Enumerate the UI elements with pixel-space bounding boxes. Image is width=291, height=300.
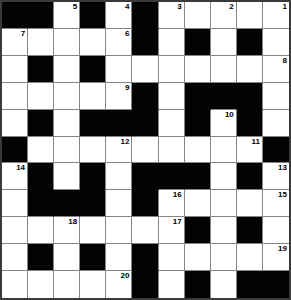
grid-cell[interactable]: [80, 29, 106, 56]
clue-number: 19: [278, 244, 287, 253]
black-cell: [185, 217, 211, 244]
black-cell: [132, 2, 158, 29]
clue-number: 8: [283, 56, 287, 65]
black-cell: [54, 190, 80, 217]
black-cell: [185, 163, 211, 190]
grid-cell[interactable]: 6: [106, 29, 132, 56]
black-cell: [237, 110, 263, 137]
grid-cell[interactable]: [237, 2, 263, 29]
clue-number: 3: [177, 2, 181, 11]
grid-cell[interactable]: [211, 271, 237, 298]
clue-number: 10: [225, 110, 234, 119]
grid-cell[interactable]: [132, 137, 158, 164]
grid-cell[interactable]: [106, 163, 132, 190]
black-cell: [237, 217, 263, 244]
black-cell: [28, 2, 54, 29]
grid-cell[interactable]: [185, 2, 211, 29]
clue-number: 5: [73, 2, 77, 11]
black-cell: [185, 29, 211, 56]
grid-cell[interactable]: [2, 271, 28, 298]
black-cell: [237, 163, 263, 190]
black-cell: [132, 190, 158, 217]
grid-cell[interactable]: 19: [263, 244, 289, 271]
grid-cell[interactable]: [132, 56, 158, 83]
grid-cell[interactable]: 18: [54, 217, 80, 244]
grid-cell[interactable]: [159, 137, 185, 164]
grid-cell[interactable]: 5: [54, 2, 80, 29]
grid-cell[interactable]: [185, 244, 211, 271]
black-cell: [263, 137, 289, 164]
grid-cell[interactable]: [28, 137, 54, 164]
grid-cell[interactable]: [54, 163, 80, 190]
clue-number: 14: [16, 163, 25, 172]
crossword-board: 5432176891012111413161518171920: [0, 0, 291, 300]
grid-cell[interactable]: [237, 56, 263, 83]
grid-cell[interactable]: [132, 217, 158, 244]
grid-cell[interactable]: [80, 137, 106, 164]
grid-cell[interactable]: [211, 190, 237, 217]
grid-cell[interactable]: [211, 217, 237, 244]
grid-cell[interactable]: [185, 56, 211, 83]
black-cell: [80, 244, 106, 271]
grid-cell[interactable]: [2, 56, 28, 83]
clue-number: 7: [21, 29, 25, 38]
grid-cell[interactable]: [2, 83, 28, 110]
grid-cell[interactable]: [211, 56, 237, 83]
grid-cell[interactable]: [185, 137, 211, 164]
grid-cell[interactable]: [54, 56, 80, 83]
black-cell: [28, 56, 54, 83]
grid-cell[interactable]: [80, 217, 106, 244]
grid-cell[interactable]: 20: [106, 271, 132, 298]
black-cell: [237, 29, 263, 56]
black-cell: [132, 271, 158, 298]
grid-cell[interactable]: 13: [263, 163, 289, 190]
black-cell: [80, 2, 106, 29]
grid-cell[interactable]: 1: [263, 2, 289, 29]
grid-cell[interactable]: 8: [263, 56, 289, 83]
black-cell: [237, 83, 263, 110]
grid-cell[interactable]: 14: [2, 163, 28, 190]
black-cell: [2, 137, 28, 164]
grid-cell[interactable]: [80, 271, 106, 298]
clue-number: 1: [283, 2, 287, 11]
grid-cell[interactable]: 16: [159, 190, 185, 217]
black-cell: [80, 110, 106, 137]
grid-cell[interactable]: 17: [159, 217, 185, 244]
grid-cell[interactable]: [80, 83, 106, 110]
black-cell: [80, 56, 106, 83]
grid-cell[interactable]: 11: [237, 137, 263, 164]
clue-number: 20: [121, 271, 130, 280]
black-cell: [106, 110, 132, 137]
grid-cell[interactable]: [263, 217, 289, 244]
grid-cell[interactable]: [2, 217, 28, 244]
grid-cell[interactable]: [159, 83, 185, 110]
black-cell: [80, 190, 106, 217]
black-cell: [132, 163, 158, 190]
grid-cell[interactable]: 7: [2, 29, 28, 56]
black-cell: [28, 244, 54, 271]
black-cell: [159, 163, 185, 190]
grid-cell[interactable]: [54, 29, 80, 56]
black-cell: [28, 110, 54, 137]
grid-cell[interactable]: [159, 29, 185, 56]
grid-cell[interactable]: [2, 190, 28, 217]
clue-number: 11: [251, 137, 259, 146]
black-cell: [185, 110, 211, 137]
grid-cell[interactable]: [237, 244, 263, 271]
grid-cell[interactable]: [28, 271, 54, 298]
grid-cell[interactable]: [159, 271, 185, 298]
clue-number: 12: [121, 137, 130, 146]
grid-cell[interactable]: [54, 83, 80, 110]
grid-cell[interactable]: [211, 244, 237, 271]
clue-number: 17: [173, 217, 182, 226]
black-cell: [28, 163, 54, 190]
grid-cell[interactable]: [159, 244, 185, 271]
clue-number: 16: [173, 190, 182, 199]
clue-number: 6: [125, 29, 129, 38]
grid-cell[interactable]: [159, 110, 185, 137]
grid-cell[interactable]: [28, 83, 54, 110]
black-cell: [263, 271, 289, 298]
black-cell: [185, 271, 211, 298]
grid-cell[interactable]: [263, 110, 289, 137]
grid-cell[interactable]: [2, 110, 28, 137]
clue-number: 13: [278, 163, 287, 172]
clue-number: 2: [229, 2, 233, 11]
grid-cell[interactable]: [263, 29, 289, 56]
grid-cell[interactable]: [185, 190, 211, 217]
grid-cell[interactable]: [211, 29, 237, 56]
grid-cell[interactable]: [54, 137, 80, 164]
clue-number: 15: [278, 190, 287, 199]
black-cell: [132, 110, 158, 137]
grid-cell[interactable]: [54, 110, 80, 137]
black-cell: [28, 190, 54, 217]
grid-cell[interactable]: 4: [106, 2, 132, 29]
grid-cell[interactable]: 15: [263, 190, 289, 217]
grid-cell[interactable]: [54, 244, 80, 271]
clue-number: 4: [125, 2, 129, 11]
black-cell: [185, 83, 211, 110]
grid-cell[interactable]: [2, 244, 28, 271]
black-cell: [132, 29, 158, 56]
grid-cell[interactable]: [28, 29, 54, 56]
grid-cell[interactable]: 9: [106, 83, 132, 110]
grid-cell[interactable]: [211, 163, 237, 190]
grid-cell[interactable]: [28, 217, 54, 244]
grid-cell[interactable]: 10: [211, 110, 237, 137]
grid-cell[interactable]: [106, 56, 132, 83]
grid-cell[interactable]: [106, 190, 132, 217]
black-cell: [132, 83, 158, 110]
clue-number: 18: [68, 217, 77, 226]
black-cell: [237, 271, 263, 298]
black-cell: [132, 244, 158, 271]
grid-cell[interactable]: [211, 137, 237, 164]
grid-cell[interactable]: [106, 217, 132, 244]
grid-cell[interactable]: 2: [211, 2, 237, 29]
black-cell: [2, 2, 28, 29]
grid-cell[interactable]: [263, 83, 289, 110]
grid-cell[interactable]: [159, 56, 185, 83]
clue-number: 9: [125, 83, 129, 92]
grid-cell[interactable]: [54, 271, 80, 298]
black-cell: [80, 163, 106, 190]
grid-cell[interactable]: [106, 244, 132, 271]
grid-cell[interactable]: 12: [106, 137, 132, 164]
grid-cell[interactable]: 3: [159, 2, 185, 29]
black-cell: [211, 83, 237, 110]
grid-cell[interactable]: [237, 190, 263, 217]
